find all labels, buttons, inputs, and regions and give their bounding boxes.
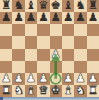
square-g4[interactable] <box>74 49 86 61</box>
black-pawn-a7[interactable]: ♟ <box>1 12 11 24</box>
square-h7[interactable]: ♟ <box>87 12 99 24</box>
square-f5[interactable] <box>62 36 74 48</box>
chess-board[interactable]: ♜♞♝♛♚♝♞♜♟♟♟♟♟♟♟♟♟♟♟♟♟♟♟♟♜♞♝♛♚♝♞♜ <box>0 0 99 97</box>
window-bottom-edge <box>0 97 99 100</box>
square-f1[interactable]: ♝ <box>62 85 74 97</box>
square-a6[interactable] <box>0 24 12 36</box>
square-f7[interactable]: ♟ <box>62 12 74 24</box>
square-a4[interactable] <box>0 49 12 61</box>
square-d6[interactable] <box>37 24 49 36</box>
square-e1[interactable]: ♚ <box>50 85 62 97</box>
square-f6[interactable] <box>62 24 74 36</box>
square-a1[interactable]: ♜ <box>0 85 12 97</box>
black-pawn-e7[interactable]: ♟ <box>51 12 61 24</box>
square-b7[interactable]: ♟ <box>12 12 24 24</box>
square-h5[interactable] <box>87 36 99 48</box>
square-b5[interactable] <box>12 36 24 48</box>
square-d7[interactable]: ♟ <box>37 12 49 24</box>
chess-app-window: ♜♞♝♛♚♝♞♜♟♟♟♟♟♟♟♟♟♟♟♟♟♟♟♟♜♞♝♛♚♝♞♜ <box>0 0 99 100</box>
white-king-e1[interactable]: ♚ <box>51 85 61 97</box>
black-pawn-h7[interactable]: ♟ <box>88 12 98 24</box>
square-c6[interactable] <box>25 24 37 36</box>
square-g5[interactable] <box>74 36 86 48</box>
square-c7[interactable]: ♟ <box>25 12 37 24</box>
square-h1[interactable]: ♜ <box>87 85 99 97</box>
white-pawn-e4[interactable]: ♟ <box>51 48 61 60</box>
white-rook-h1[interactable]: ♜ <box>88 85 98 97</box>
square-g7[interactable]: ♟ <box>74 12 86 24</box>
square-d4[interactable] <box>37 49 49 61</box>
white-knight-b1[interactable]: ♞ <box>13 85 23 97</box>
square-b6[interactable] <box>12 24 24 36</box>
white-knight-g1[interactable]: ♞ <box>75 85 85 97</box>
square-c5[interactable] <box>25 36 37 48</box>
square-e4[interactable]: ♟ <box>50 49 62 61</box>
black-pawn-c7[interactable]: ♟ <box>26 12 36 24</box>
white-rook-a1[interactable]: ♜ <box>1 85 11 97</box>
square-d5[interactable] <box>37 36 49 48</box>
square-a5[interactable] <box>0 36 12 48</box>
square-e6[interactable] <box>50 24 62 36</box>
black-pawn-b7[interactable]: ♟ <box>13 12 23 24</box>
square-g1[interactable]: ♞ <box>74 85 86 97</box>
square-b4[interactable] <box>12 49 24 61</box>
square-b1[interactable]: ♞ <box>12 85 24 97</box>
black-pawn-d7[interactable]: ♟ <box>38 12 48 24</box>
white-queen-d1[interactable]: ♛ <box>38 85 48 97</box>
square-d1[interactable]: ♛ <box>37 85 49 97</box>
black-pawn-g7[interactable]: ♟ <box>75 12 85 24</box>
white-bishop-f1[interactable]: ♝ <box>63 85 73 97</box>
square-g6[interactable] <box>74 24 86 36</box>
square-c4[interactable] <box>25 49 37 61</box>
square-e3[interactable] <box>50 61 62 73</box>
square-a7[interactable]: ♟ <box>0 12 12 24</box>
white-bishop-c1[interactable]: ♝ <box>26 85 36 97</box>
square-e7[interactable]: ♟ <box>50 12 62 24</box>
square-c1[interactable]: ♝ <box>25 85 37 97</box>
square-h4[interactable] <box>87 49 99 61</box>
square-h6[interactable] <box>87 24 99 36</box>
black-pawn-f7[interactable]: ♟ <box>63 12 73 24</box>
window-bottom-left-corner <box>0 97 3 100</box>
square-f4[interactable] <box>62 49 74 61</box>
